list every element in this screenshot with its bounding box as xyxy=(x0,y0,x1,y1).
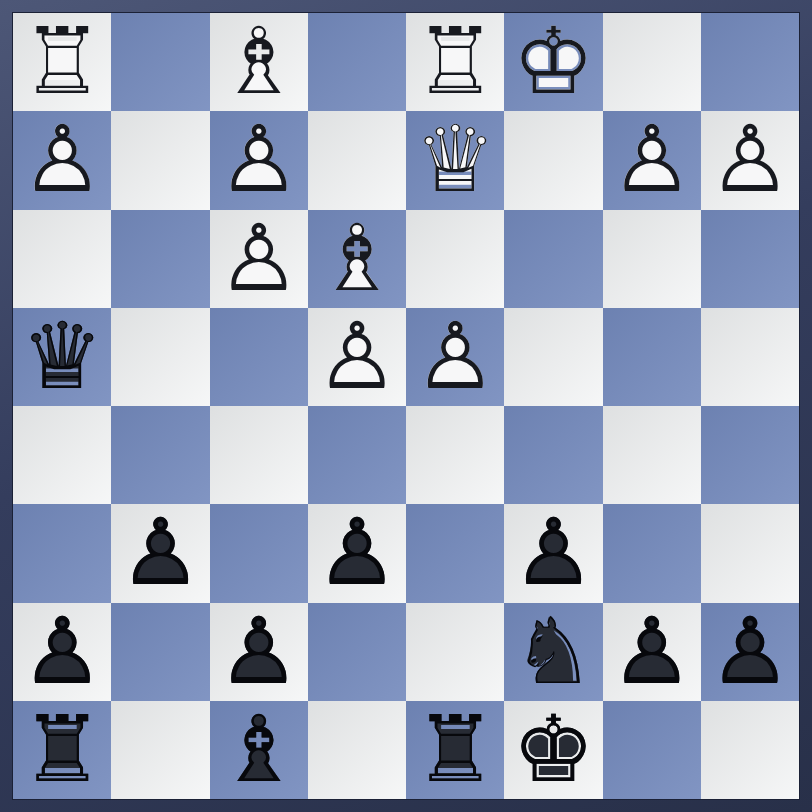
white-bishop-fill-glyph: ♝ xyxy=(210,16,308,108)
square-e8[interactable] xyxy=(308,701,406,799)
black-pawn-icon: ♙ xyxy=(308,507,406,599)
square-a5[interactable] xyxy=(701,406,799,504)
square-c3[interactable] xyxy=(504,210,602,308)
white-pawn[interactable]: ♟♙ xyxy=(13,111,111,209)
black-pawn-icon: ♙ xyxy=(603,606,701,698)
square-c7[interactable]: ♞♘ xyxy=(504,603,602,701)
black-pawn-fill-glyph: ♟ xyxy=(13,606,111,698)
square-h1[interactable]: ♜♖ xyxy=(13,13,111,111)
white-pawn[interactable]: ♟♙ xyxy=(210,210,308,308)
square-g6[interactable]: ♟♙ xyxy=(111,504,209,602)
white-rook-fill-glyph: ♜ xyxy=(13,16,111,108)
black-bishop[interactable]: ♝♗ xyxy=(210,701,308,799)
black-pawn[interactable]: ♟♙ xyxy=(603,603,701,701)
white-pawn-fill-glyph: ♟ xyxy=(210,213,308,305)
square-e7[interactable] xyxy=(308,603,406,701)
square-e2[interactable] xyxy=(308,111,406,209)
square-f8[interactable]: ♝♗ xyxy=(210,701,308,799)
square-b6[interactable] xyxy=(603,504,701,602)
square-f1[interactable]: ♝♗ xyxy=(210,13,308,111)
square-a4[interactable] xyxy=(701,308,799,406)
black-pawn-fill-glyph: ♟ xyxy=(603,606,701,698)
square-c5[interactable] xyxy=(504,406,602,504)
white-bishop[interactable]: ♝♗ xyxy=(308,210,406,308)
square-b3[interactable] xyxy=(603,210,701,308)
square-e3[interactable]: ♝♗ xyxy=(308,210,406,308)
black-knight-fill-glyph: ♞ xyxy=(504,606,602,698)
square-f4[interactable] xyxy=(210,308,308,406)
white-bishop-icon: ♗ xyxy=(308,213,406,305)
square-c1[interactable]: ♚♔ xyxy=(504,13,602,111)
square-b4[interactable] xyxy=(603,308,701,406)
black-pawn-fill-glyph: ♟ xyxy=(701,606,799,698)
square-f7[interactable]: ♟♙ xyxy=(210,603,308,701)
square-h2[interactable]: ♟♙ xyxy=(13,111,111,209)
white-queen[interactable]: ♛♕ xyxy=(406,111,504,209)
white-pawn[interactable]: ♟♙ xyxy=(308,308,406,406)
white-bishop[interactable]: ♝♗ xyxy=(210,13,308,111)
white-rook[interactable]: ♜♖ xyxy=(13,13,111,111)
black-pawn-icon: ♙ xyxy=(13,606,111,698)
white-rook-icon: ♖ xyxy=(406,16,504,108)
square-b7[interactable]: ♟♙ xyxy=(603,603,701,701)
black-rook-icon: ♖ xyxy=(406,704,504,796)
black-rook[interactable]: ♜♖ xyxy=(406,701,504,799)
white-queen-fill-glyph: ♛ xyxy=(406,114,504,206)
white-king[interactable]: ♚♔ xyxy=(504,13,602,111)
square-d3[interactable] xyxy=(406,210,504,308)
white-pawn-fill-glyph: ♟ xyxy=(13,114,111,206)
square-d5[interactable] xyxy=(406,406,504,504)
black-pawn-icon: ♙ xyxy=(210,606,308,698)
white-pawn-icon: ♙ xyxy=(210,213,308,305)
square-f3[interactable]: ♟♙ xyxy=(210,210,308,308)
black-pawn-icon: ♙ xyxy=(701,606,799,698)
square-h6[interactable] xyxy=(13,504,111,602)
white-pawn-fill-glyph: ♟ xyxy=(210,114,308,206)
white-pawn-icon: ♙ xyxy=(406,311,504,403)
square-g4[interactable] xyxy=(111,308,209,406)
black-pawn-fill-glyph: ♟ xyxy=(111,507,209,599)
chess-board: ♜♖♝♗♜♖♚♔♟♙♟♙♛♕♟♙♟♙♟♙♝♗♛♕♟♙♟♙♟♙♟♙♟♙♟♙♟♙♞♘… xyxy=(12,12,800,800)
square-d4[interactable]: ♟♙ xyxy=(406,308,504,406)
square-a1[interactable] xyxy=(701,13,799,111)
square-h7[interactable]: ♟♙ xyxy=(13,603,111,701)
black-queen-fill-glyph: ♛ xyxy=(13,311,111,403)
square-d8[interactable]: ♜♖ xyxy=(406,701,504,799)
black-queen-icon: ♕ xyxy=(13,311,111,403)
black-pawn-icon: ♙ xyxy=(111,507,209,599)
square-g1[interactable] xyxy=(111,13,209,111)
square-d2[interactable]: ♛♕ xyxy=(406,111,504,209)
square-b8[interactable] xyxy=(603,701,701,799)
black-pawn-fill-glyph: ♟ xyxy=(210,606,308,698)
black-bishop-icon: ♗ xyxy=(210,704,308,796)
black-rook-fill-glyph: ♜ xyxy=(13,704,111,796)
square-g3[interactable] xyxy=(111,210,209,308)
black-rook-fill-glyph: ♜ xyxy=(406,704,504,796)
black-pawn-fill-glyph: ♟ xyxy=(504,507,602,599)
white-pawn[interactable]: ♟♙ xyxy=(406,308,504,406)
square-c4[interactable] xyxy=(504,308,602,406)
black-pawn[interactable]: ♟♙ xyxy=(111,504,209,602)
black-queen[interactable]: ♛♕ xyxy=(13,308,111,406)
white-queen-icon: ♕ xyxy=(406,114,504,206)
white-pawn-icon: ♙ xyxy=(13,114,111,206)
white-bishop-icon: ♗ xyxy=(210,16,308,108)
square-e4[interactable]: ♟♙ xyxy=(308,308,406,406)
black-pawn-icon: ♙ xyxy=(504,507,602,599)
square-d7[interactable] xyxy=(406,603,504,701)
black-pawn[interactable]: ♟♙ xyxy=(210,603,308,701)
white-pawn-fill-glyph: ♟ xyxy=(701,114,799,206)
square-e1[interactable] xyxy=(308,13,406,111)
white-pawn-icon: ♙ xyxy=(603,114,701,206)
square-g2[interactable] xyxy=(111,111,209,209)
black-knight-icon: ♘ xyxy=(504,606,602,698)
black-king-icon: ♔ xyxy=(504,704,602,796)
white-pawn[interactable]: ♟♙ xyxy=(603,111,701,209)
board-frame: ♜♖♝♗♜♖♚♔♟♙♟♙♛♕♟♙♟♙♟♙♝♗♛♕♟♙♟♙♟♙♟♙♟♙♟♙♟♙♞♘… xyxy=(0,0,812,812)
square-d1[interactable]: ♜♖ xyxy=(406,13,504,111)
white-king-icon: ♔ xyxy=(504,16,602,108)
square-g8[interactable] xyxy=(111,701,209,799)
white-rook[interactable]: ♜♖ xyxy=(406,13,504,111)
square-a3[interactable] xyxy=(701,210,799,308)
square-c6[interactable]: ♟♙ xyxy=(504,504,602,602)
white-pawn-icon: ♙ xyxy=(701,114,799,206)
black-knight[interactable]: ♞♘ xyxy=(504,603,602,701)
black-pawn[interactable]: ♟♙ xyxy=(504,504,602,602)
white-rook-icon: ♖ xyxy=(13,16,111,108)
square-a8[interactable] xyxy=(701,701,799,799)
square-h4[interactable]: ♛♕ xyxy=(13,308,111,406)
square-d6[interactable] xyxy=(406,504,504,602)
white-pawn[interactable]: ♟♙ xyxy=(210,111,308,209)
black-pawn[interactable]: ♟♙ xyxy=(701,603,799,701)
square-b5[interactable] xyxy=(603,406,701,504)
black-king-fill-glyph: ♚ xyxy=(504,704,602,796)
square-h5[interactable] xyxy=(13,406,111,504)
square-a6[interactable] xyxy=(701,504,799,602)
square-b1[interactable] xyxy=(603,13,701,111)
black-rook-icon: ♖ xyxy=(13,704,111,796)
square-g7[interactable] xyxy=(111,603,209,701)
white-pawn-fill-glyph: ♟ xyxy=(406,311,504,403)
square-h8[interactable]: ♜♖ xyxy=(13,701,111,799)
square-f5[interactable] xyxy=(210,406,308,504)
square-a7[interactable]: ♟♙ xyxy=(701,603,799,701)
black-pawn[interactable]: ♟♙ xyxy=(308,504,406,602)
black-pawn[interactable]: ♟♙ xyxy=(13,603,111,701)
square-f2[interactable]: ♟♙ xyxy=(210,111,308,209)
white-pawn-fill-glyph: ♟ xyxy=(603,114,701,206)
white-pawn[interactable]: ♟♙ xyxy=(701,111,799,209)
white-bishop-fill-glyph: ♝ xyxy=(308,213,406,305)
black-pawn-fill-glyph: ♟ xyxy=(308,507,406,599)
square-f6[interactable] xyxy=(210,504,308,602)
square-g5[interactable] xyxy=(111,406,209,504)
white-pawn-icon: ♙ xyxy=(308,311,406,403)
white-king-fill-glyph: ♚ xyxy=(504,16,602,108)
square-h3[interactable] xyxy=(13,210,111,308)
square-c8[interactable]: ♚♔ xyxy=(504,701,602,799)
white-pawn-fill-glyph: ♟ xyxy=(308,311,406,403)
square-c2[interactable] xyxy=(504,111,602,209)
square-a2[interactable]: ♟♙ xyxy=(701,111,799,209)
black-bishop-fill-glyph: ♝ xyxy=(210,704,308,796)
black-rook[interactable]: ♜♖ xyxy=(13,701,111,799)
square-b2[interactable]: ♟♙ xyxy=(603,111,701,209)
black-king[interactable]: ♚♔ xyxy=(504,701,602,799)
white-pawn-icon: ♙ xyxy=(210,114,308,206)
square-e6[interactable]: ♟♙ xyxy=(308,504,406,602)
square-e5[interactable] xyxy=(308,406,406,504)
white-rook-fill-glyph: ♜ xyxy=(406,16,504,108)
